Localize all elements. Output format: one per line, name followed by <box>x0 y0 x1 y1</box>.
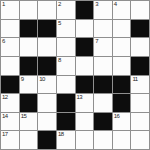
white-cell-r7c3[interactable]: 18 <box>57 131 75 149</box>
white-cell-r1c6[interactable] <box>113 20 131 38</box>
black-cell-r3c7 <box>131 57 149 75</box>
white-cell-r3c3[interactable]: 8 <box>57 57 75 75</box>
white-cell-r5c2[interactable] <box>38 94 56 112</box>
white-cell-r2c6[interactable] <box>113 38 131 56</box>
white-cell-r5c0[interactable]: 12 <box>1 94 19 112</box>
white-cell-r7c7[interactable] <box>131 131 149 149</box>
clue-number-4: 4 <box>114 1 117 8</box>
black-cell-r5c3 <box>57 94 75 112</box>
white-cell-r1c0[interactable] <box>1 20 19 38</box>
white-cell-r6c1[interactable]: 15 <box>20 113 38 131</box>
white-cell-r4c1[interactable]: 9 <box>20 76 38 94</box>
clue-number-5: 5 <box>58 20 61 27</box>
white-cell-r5c4[interactable]: 13 <box>76 94 94 112</box>
black-cell-r1c2 <box>38 20 56 38</box>
clue-number-2: 2 <box>58 1 61 8</box>
clue-number-18: 18 <box>58 131 64 138</box>
clue-number-3: 3 <box>95 1 98 8</box>
clue-number-17: 17 <box>2 131 8 138</box>
clue-number-7: 7 <box>95 38 98 45</box>
black-cell-r1c7 <box>131 20 149 38</box>
crossword-grid: 123456789101112131415161718 <box>0 0 150 150</box>
white-cell-r3c0[interactable] <box>1 57 19 75</box>
clue-number-13: 13 <box>77 94 83 101</box>
clue-number-1: 1 <box>2 1 5 8</box>
clue-number-10: 10 <box>39 76 45 83</box>
white-cell-r6c4[interactable] <box>76 113 94 131</box>
white-cell-r3c5[interactable] <box>94 57 112 75</box>
clue-number-6: 6 <box>2 38 5 45</box>
crossword-board: 123456789101112131415161718 <box>0 0 150 150</box>
white-cell-r0c0[interactable]: 1 <box>1 1 19 19</box>
black-cell-r2c4 <box>76 38 94 56</box>
white-cell-r1c5[interactable] <box>94 20 112 38</box>
white-cell-r5c5[interactable] <box>94 94 112 112</box>
white-cell-r4c7[interactable]: 11 <box>131 76 149 94</box>
white-cell-r6c0[interactable]: 14 <box>1 113 19 131</box>
white-cell-r1c3[interactable]: 5 <box>57 20 75 38</box>
white-cell-r7c1[interactable] <box>20 131 38 149</box>
white-cell-r2c1[interactable] <box>20 38 38 56</box>
black-cell-r5c1 <box>20 94 38 112</box>
black-cell-r0c4 <box>76 1 94 19</box>
white-cell-r7c4[interactable] <box>76 131 94 149</box>
white-cell-r6c6[interactable]: 16 <box>113 113 131 131</box>
white-cell-r3c4[interactable] <box>76 57 94 75</box>
white-cell-r0c1[interactable] <box>20 1 38 19</box>
black-cell-r6c3 <box>57 113 75 131</box>
white-cell-r2c5[interactable]: 7 <box>94 38 112 56</box>
white-cell-r1c4[interactable] <box>76 20 94 38</box>
white-cell-r0c3[interactable]: 2 <box>57 1 75 19</box>
black-cell-r1c1 <box>20 20 38 38</box>
black-cell-r5c6 <box>113 94 131 112</box>
clue-number-14: 14 <box>2 113 8 120</box>
clue-number-11: 11 <box>132 76 137 83</box>
black-cell-r7c2 <box>38 131 56 149</box>
black-cell-r6c5 <box>94 113 112 131</box>
white-cell-r7c0[interactable]: 17 <box>1 131 19 149</box>
white-cell-r4c2[interactable]: 10 <box>38 76 56 94</box>
white-cell-r7c6[interactable] <box>113 131 131 149</box>
white-cell-r2c7[interactable] <box>131 38 149 56</box>
black-cell-r4c6 <box>113 76 131 94</box>
black-cell-r3c2 <box>38 57 56 75</box>
white-cell-r2c0[interactable]: 6 <box>1 38 19 56</box>
white-cell-r0c5[interactable]: 3 <box>94 1 112 19</box>
black-cell-r3c1 <box>20 57 38 75</box>
white-cell-r0c7[interactable] <box>131 1 149 19</box>
clue-number-16: 16 <box>114 113 120 120</box>
white-cell-r0c2[interactable] <box>38 1 56 19</box>
white-cell-r3c6[interactable] <box>113 57 131 75</box>
white-cell-r6c7[interactable] <box>131 113 149 131</box>
white-cell-r2c2[interactable] <box>38 38 56 56</box>
white-cell-r6c2[interactable] <box>38 113 56 131</box>
white-cell-r2c3[interactable] <box>57 38 75 56</box>
white-cell-r7c5[interactable] <box>94 131 112 149</box>
black-cell-r4c0 <box>1 76 19 94</box>
clue-number-12: 12 <box>2 94 8 101</box>
white-cell-r4c3[interactable] <box>57 76 75 94</box>
clue-number-8: 8 <box>58 57 61 64</box>
black-cell-r4c4 <box>76 76 94 94</box>
white-cell-r0c6[interactable]: 4 <box>113 1 131 19</box>
clue-number-9: 9 <box>21 76 24 83</box>
white-cell-r5c7[interactable] <box>131 94 149 112</box>
black-cell-r4c5 <box>94 76 112 94</box>
clue-number-15: 15 <box>21 113 27 120</box>
